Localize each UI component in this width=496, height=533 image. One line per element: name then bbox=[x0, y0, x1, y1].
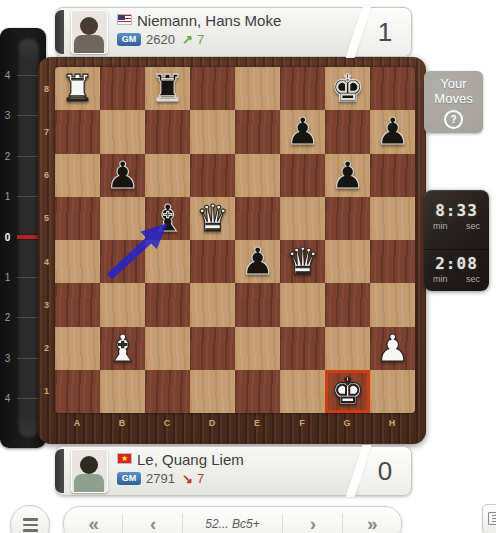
file-label-B: B bbox=[100, 418, 145, 428]
rank-label-2: 2 bbox=[38, 327, 55, 370]
square-f7[interactable]: ♟ bbox=[280, 110, 325, 153]
min-label: min bbox=[433, 274, 448, 284]
white-pawn[interactable]: ♟ bbox=[376, 330, 409, 367]
square-a1[interactable] bbox=[55, 370, 100, 413]
square-h3[interactable] bbox=[370, 283, 415, 326]
eval-scale-label: 4 bbox=[0, 70, 15, 81]
square-a4[interactable] bbox=[55, 240, 100, 283]
square-d8[interactable] bbox=[190, 67, 235, 110]
title-badge: GM bbox=[117, 33, 141, 46]
rank-label-4: 4 bbox=[38, 240, 55, 283]
rank-label-6: 6 bbox=[38, 154, 55, 197]
list-icon bbox=[488, 512, 496, 525]
square-h1[interactable] bbox=[370, 370, 415, 413]
vietnam-flag-icon: ★ bbox=[117, 453, 132, 464]
clock-time: 2:08 bbox=[424, 254, 489, 273]
min-label: min bbox=[433, 221, 448, 231]
square-b4[interactable] bbox=[100, 240, 145, 283]
white-bishop[interactable]: ♝ bbox=[106, 330, 139, 367]
rating-down-arrow-icon: ↘ bbox=[182, 471, 193, 486]
help-question-icon[interactable]: ? bbox=[444, 110, 463, 129]
black-rook[interactable]: ♜ bbox=[151, 70, 184, 107]
rating-up-arrow-icon: ↗ bbox=[182, 32, 193, 47]
square-e2[interactable] bbox=[235, 327, 280, 370]
eval-scale-label: 1 bbox=[0, 272, 15, 283]
square-h2[interactable]: ♟ bbox=[370, 327, 415, 370]
square-f2[interactable] bbox=[280, 327, 325, 370]
square-h4[interactable] bbox=[370, 240, 415, 283]
avatar bbox=[71, 10, 108, 54]
file-label-A: A bbox=[55, 418, 100, 428]
current-move-label: 52... Bc5+ bbox=[183, 517, 282, 531]
square-b5[interactable] bbox=[100, 197, 145, 240]
white-king[interactable]: ♚ bbox=[331, 373, 364, 410]
square-b2[interactable]: ♝ bbox=[100, 327, 145, 370]
first-move-button[interactable]: « bbox=[64, 509, 122, 533]
square-h5[interactable] bbox=[370, 197, 415, 240]
player-bar-handle bbox=[55, 449, 64, 493]
square-f5[interactable] bbox=[280, 197, 325, 240]
square-c8[interactable]: ♜ bbox=[145, 67, 190, 110]
player-bar-handle bbox=[55, 10, 64, 54]
player-bar-bottom: ★ Le, Quang Liem GM 2791 ↘ 7 0 bbox=[55, 446, 412, 496]
square-d7[interactable] bbox=[190, 110, 235, 153]
square-f8[interactable] bbox=[280, 67, 325, 110]
eval-marker bbox=[17, 235, 40, 239]
avatar bbox=[71, 449, 108, 493]
file-label-C: C bbox=[145, 418, 190, 428]
square-e3[interactable] bbox=[235, 283, 280, 326]
square-a7[interactable] bbox=[55, 110, 100, 153]
white-queen[interactable]: ♛ bbox=[286, 243, 319, 280]
square-c5[interactable]: ♝ bbox=[145, 197, 190, 240]
clock-top: 8:33 min sec bbox=[424, 201, 489, 231]
rank-label-1: 1 bbox=[38, 370, 55, 413]
black-pawn[interactable]: ♟ bbox=[331, 157, 364, 194]
square-h6[interactable] bbox=[370, 154, 415, 197]
rating-change: 7 bbox=[197, 32, 204, 47]
clock-time: 8:33 bbox=[424, 201, 489, 220]
eval-scale-label: 2 bbox=[0, 312, 15, 323]
square-g3[interactable] bbox=[325, 283, 370, 326]
square-a3[interactable] bbox=[55, 283, 100, 326]
us-flag-icon bbox=[117, 14, 132, 25]
rank-labels: 87654321 bbox=[38, 67, 55, 413]
square-c2[interactable] bbox=[145, 327, 190, 370]
player-name: Niemann, Hans Moke bbox=[137, 12, 281, 29]
eval-tick bbox=[17, 317, 40, 318]
player-name: Le, Quang Liem bbox=[137, 451, 244, 468]
page: { "game": "chess", "position": { "fen": … bbox=[0, 0, 496, 533]
white-queen[interactable]: ♛ bbox=[196, 200, 229, 237]
board-squares[interactable]: ♜♜♚♟♟♟♟♝♛♟♛♝♟♚ bbox=[55, 67, 415, 413]
square-b7[interactable] bbox=[100, 110, 145, 153]
title-badge: GM bbox=[117, 472, 141, 485]
square-d5[interactable]: ♛ bbox=[190, 197, 235, 240]
white-rook[interactable]: ♜ bbox=[61, 70, 94, 107]
square-e7[interactable] bbox=[235, 110, 280, 153]
square-e5[interactable] bbox=[235, 197, 280, 240]
rank-label-3: 3 bbox=[38, 283, 55, 326]
square-g8[interactable]: ♚ bbox=[325, 67, 370, 110]
square-c7[interactable] bbox=[145, 110, 190, 153]
eval-scale-label: 2 bbox=[0, 150, 15, 161]
square-e6[interactable] bbox=[235, 154, 280, 197]
your-moves-label: Your Moves bbox=[434, 76, 472, 106]
sec-label: sec bbox=[466, 274, 480, 284]
player-rating: 2620 bbox=[146, 32, 175, 47]
eval-tick bbox=[17, 398, 40, 399]
eval-scale-label: 3 bbox=[0, 352, 15, 363]
sec-label: sec bbox=[466, 221, 480, 231]
square-c1[interactable] bbox=[145, 370, 190, 413]
square-g2[interactable] bbox=[325, 327, 370, 370]
black-pawn[interactable]: ♟ bbox=[241, 243, 274, 280]
black-bishop[interactable]: ♝ bbox=[151, 200, 184, 237]
square-a8[interactable]: ♜ bbox=[55, 67, 100, 110]
square-b8[interactable] bbox=[100, 67, 145, 110]
menu-button[interactable] bbox=[10, 505, 50, 533]
square-c4[interactable] bbox=[145, 240, 190, 283]
square-b3[interactable] bbox=[100, 283, 145, 326]
move-navigation: « ‹ 52... Bc5+ › » bbox=[63, 506, 402, 533]
rank-label-8: 8 bbox=[38, 67, 55, 110]
eval-scale-label: 3 bbox=[0, 110, 15, 121]
match-score: 0 bbox=[359, 447, 411, 495]
square-h7[interactable]: ♟ bbox=[370, 110, 415, 153]
last-move-button[interactable]: » bbox=[343, 509, 401, 533]
square-a6[interactable] bbox=[55, 154, 100, 197]
square-g7[interactable] bbox=[325, 110, 370, 153]
eval-scale-label: 1 bbox=[0, 191, 15, 202]
clock-panel: 8:33 min sec 2:08 min sec bbox=[424, 190, 489, 291]
chess-board: 87654321 ♜♜♚♟♟♟♟♝♛♟♛♝♟♚ ABCDEFGH bbox=[38, 57, 426, 444]
square-a5[interactable] bbox=[55, 197, 100, 240]
eval-tick bbox=[17, 358, 40, 359]
square-d2[interactable] bbox=[190, 327, 235, 370]
square-f3[interactable] bbox=[280, 283, 325, 326]
file-label-E: E bbox=[235, 418, 280, 428]
eval-tick bbox=[17, 196, 40, 197]
file-label-G: G bbox=[325, 418, 370, 428]
clock-bottom: 2:08 min sec bbox=[424, 249, 489, 284]
eval-tick bbox=[17, 75, 40, 76]
square-b1[interactable] bbox=[100, 370, 145, 413]
eval-tick bbox=[17, 156, 40, 157]
square-f6[interactable] bbox=[280, 154, 325, 197]
square-d6[interactable] bbox=[190, 154, 235, 197]
square-d3[interactable] bbox=[190, 283, 235, 326]
eval-tick bbox=[17, 115, 40, 116]
square-e4[interactable]: ♟ bbox=[235, 240, 280, 283]
rating-change: 7 bbox=[197, 471, 204, 486]
hamburger-icon bbox=[23, 518, 38, 521]
square-a2[interactable] bbox=[55, 327, 100, 370]
square-h8[interactable] bbox=[370, 67, 415, 110]
your-moves-button[interactable]: Your Moves ? bbox=[424, 71, 483, 133]
match-score: 1 bbox=[359, 8, 411, 56]
square-b6[interactable]: ♟ bbox=[100, 154, 145, 197]
rank-label-7: 7 bbox=[38, 110, 55, 153]
eval-scale-label: 0 bbox=[0, 231, 15, 242]
moves-list-button[interactable] bbox=[482, 504, 496, 533]
eval-scale-label: 4 bbox=[0, 393, 15, 404]
player-bar-top: Niemann, Hans Moke GM 2620 ↗ 7 1 bbox=[55, 7, 412, 57]
square-e1[interactable] bbox=[235, 370, 280, 413]
square-d1[interactable] bbox=[190, 370, 235, 413]
square-d4[interactable] bbox=[190, 240, 235, 283]
previous-move-button[interactable]: ‹ bbox=[123, 509, 181, 533]
player-rating: 2791 bbox=[146, 471, 175, 486]
square-c6[interactable] bbox=[145, 154, 190, 197]
square-g5[interactable] bbox=[325, 197, 370, 240]
square-e8[interactable] bbox=[235, 67, 280, 110]
file-labels: ABCDEFGH bbox=[55, 418, 415, 428]
square-g6[interactable]: ♟ bbox=[325, 154, 370, 197]
square-c3[interactable] bbox=[145, 283, 190, 326]
file-label-F: F bbox=[280, 418, 325, 428]
square-f1[interactable] bbox=[280, 370, 325, 413]
black-king[interactable]: ♚ bbox=[331, 70, 364, 107]
black-pawn[interactable]: ♟ bbox=[376, 113, 409, 150]
file-label-H: H bbox=[370, 418, 415, 428]
black-pawn[interactable]: ♟ bbox=[286, 113, 319, 150]
black-pawn[interactable]: ♟ bbox=[106, 157, 139, 194]
square-f4[interactable]: ♛ bbox=[280, 240, 325, 283]
square-g4[interactable] bbox=[325, 240, 370, 283]
eval-tick bbox=[17, 277, 40, 278]
next-move-button[interactable]: › bbox=[283, 509, 341, 533]
square-g1[interactable]: ♚ bbox=[325, 370, 370, 413]
rank-label-5: 5 bbox=[38, 197, 55, 240]
file-label-D: D bbox=[190, 418, 235, 428]
